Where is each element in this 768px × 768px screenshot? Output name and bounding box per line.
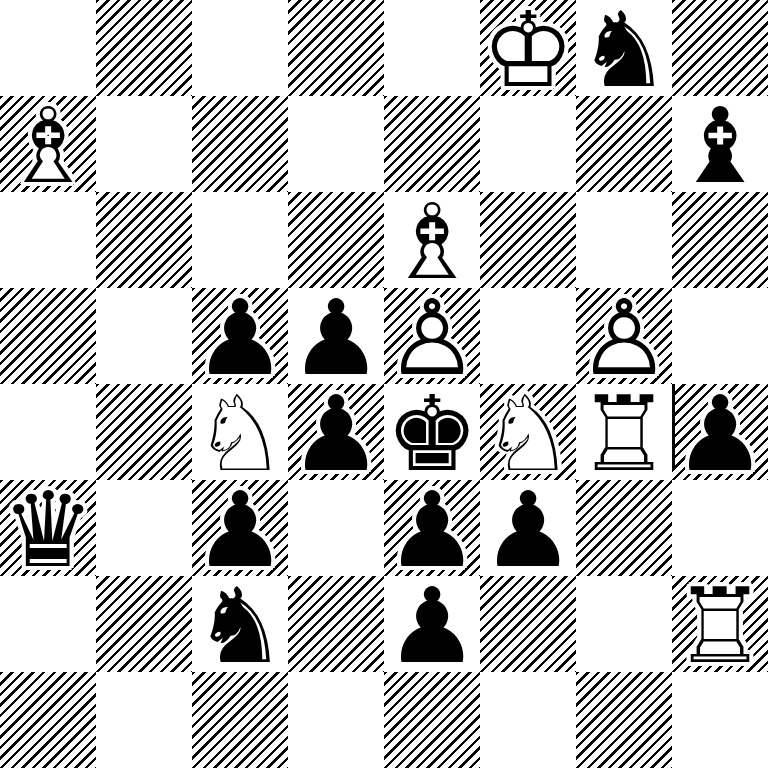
black-knight[interactable]: ♞ xyxy=(576,0,672,96)
square-g6[interactable] xyxy=(576,192,672,288)
square-g4[interactable]: ♜♖ xyxy=(576,384,672,480)
black-pawn[interactable]: ♟ xyxy=(288,288,384,384)
square-g8[interactable]: ♞ xyxy=(576,0,672,96)
black-queen[interactable]: ♛ xyxy=(0,480,96,576)
square-c4[interactable]: ♞♘ xyxy=(192,384,288,480)
white-king[interactable]: ♚♔ xyxy=(480,0,576,96)
square-f1[interactable] xyxy=(480,672,576,768)
white-rook-glyph: ♖ xyxy=(577,386,670,482)
square-h5[interactable] xyxy=(672,288,768,384)
black-pawn-glyph: ♟ xyxy=(289,386,382,482)
black-pawn-glyph: ♟ xyxy=(385,482,478,578)
square-c5[interactable]: ♟ xyxy=(192,288,288,384)
square-b7[interactable] xyxy=(96,96,192,192)
white-bishop[interactable]: ♝♗ xyxy=(384,192,480,288)
square-c8[interactable] xyxy=(192,0,288,96)
white-pawn[interactable]: ♟♙ xyxy=(576,288,672,384)
white-knight-glyph: ♘ xyxy=(481,386,574,482)
square-b2[interactable] xyxy=(96,576,192,672)
white-pawn-glyph: ♙ xyxy=(577,290,670,386)
square-h2[interactable]: ♜♖ xyxy=(672,576,768,672)
square-e2[interactable]: ♟ xyxy=(384,576,480,672)
square-f8[interactable]: ♚♔ xyxy=(480,0,576,96)
square-c2[interactable]: ♞ xyxy=(192,576,288,672)
black-pawn-glyph: ♟ xyxy=(289,290,382,386)
square-a5[interactable] xyxy=(0,288,96,384)
white-pawn[interactable]: ♟♙ xyxy=(384,288,480,384)
square-b4[interactable] xyxy=(96,384,192,480)
black-pawn[interactable]: ♟ xyxy=(384,576,480,672)
white-rook[interactable]: ♜♖ xyxy=(672,576,768,672)
square-b5[interactable] xyxy=(96,288,192,384)
black-pawn[interactable]: ♟ xyxy=(480,480,576,576)
square-b3[interactable] xyxy=(96,480,192,576)
square-d7[interactable] xyxy=(288,96,384,192)
white-knight[interactable]: ♞♘ xyxy=(192,384,288,480)
black-bishop-glyph: ♝ xyxy=(673,98,766,194)
white-king-glyph: ♔ xyxy=(481,2,574,98)
black-king[interactable]: ♚ xyxy=(384,384,480,480)
square-d2[interactable] xyxy=(288,576,384,672)
black-knight-glyph: ♞ xyxy=(577,2,670,98)
square-g2[interactable] xyxy=(576,576,672,672)
white-rook-glyph: ♖ xyxy=(673,578,766,674)
white-bishop-glyph: ♗ xyxy=(385,194,478,290)
square-e3[interactable]: ♟ xyxy=(384,480,480,576)
square-a7[interactable]: ♝♗ xyxy=(0,96,96,192)
square-a8[interactable] xyxy=(0,0,96,96)
white-rook[interactable]: ♜♖ xyxy=(576,384,672,480)
square-a1[interactable] xyxy=(0,672,96,768)
black-pawn-glyph: ♟ xyxy=(193,290,286,386)
white-pawn-glyph: ♙ xyxy=(385,290,478,386)
square-c7[interactable] xyxy=(192,96,288,192)
square-d1[interactable] xyxy=(288,672,384,768)
black-knight-glyph: ♞ xyxy=(193,578,286,674)
black-pawn[interactable]: ♟ xyxy=(192,480,288,576)
black-pawn[interactable]: ♟ xyxy=(288,384,384,480)
square-a3[interactable]: ♛ xyxy=(0,480,96,576)
square-e7[interactable] xyxy=(384,96,480,192)
square-d4[interactable]: ♟ xyxy=(288,384,384,480)
square-f6[interactable] xyxy=(480,192,576,288)
square-b6[interactable] xyxy=(96,192,192,288)
chess-board: ♚♔♞♝♗♝♝♗♟♟♟♙♟♙♞♘♟♚♞♘♜♖♟♛♟♟♟♞♟♜♖ xyxy=(0,0,768,768)
square-d6[interactable] xyxy=(288,192,384,288)
black-bishop[interactable]: ♝ xyxy=(672,96,768,192)
black-queen-glyph: ♛ xyxy=(1,482,94,578)
black-pawn-glyph: ♟ xyxy=(673,386,766,482)
black-pawn-glyph: ♟ xyxy=(385,578,478,674)
square-d8[interactable] xyxy=(288,0,384,96)
square-c6[interactable] xyxy=(192,192,288,288)
black-pawn[interactable]: ♟ xyxy=(384,480,480,576)
black-king-glyph: ♚ xyxy=(385,386,478,482)
square-a4[interactable] xyxy=(0,384,96,480)
black-pawn-glyph: ♟ xyxy=(481,482,574,578)
black-pawn[interactable]: ♟ xyxy=(672,384,768,480)
square-h4[interactable]: ♟ xyxy=(672,384,768,480)
square-h7[interactable]: ♝ xyxy=(672,96,768,192)
black-pawn[interactable]: ♟ xyxy=(192,288,288,384)
square-g5[interactable]: ♟♙ xyxy=(576,288,672,384)
square-f5[interactable] xyxy=(480,288,576,384)
square-e5[interactable]: ♟♙ xyxy=(384,288,480,384)
square-b1[interactable] xyxy=(96,672,192,768)
square-e4[interactable]: ♚ xyxy=(384,384,480,480)
white-bishop-glyph: ♗ xyxy=(1,98,94,194)
white-knight[interactable]: ♞♘ xyxy=(480,384,576,480)
black-pawn-glyph: ♟ xyxy=(193,482,286,578)
square-e6[interactable]: ♝♗ xyxy=(384,192,480,288)
square-g1[interactable] xyxy=(576,672,672,768)
square-h8[interactable] xyxy=(672,0,768,96)
square-b8[interactable] xyxy=(96,0,192,96)
square-c3[interactable]: ♟ xyxy=(192,480,288,576)
square-e8[interactable] xyxy=(384,0,480,96)
white-bishop[interactable]: ♝♗ xyxy=(0,96,96,192)
black-knight[interactable]: ♞ xyxy=(192,576,288,672)
square-f3[interactable]: ♟ xyxy=(480,480,576,576)
square-d5[interactable]: ♟ xyxy=(288,288,384,384)
white-knight-glyph: ♘ xyxy=(193,386,286,482)
square-f4[interactable]: ♞♘ xyxy=(480,384,576,480)
